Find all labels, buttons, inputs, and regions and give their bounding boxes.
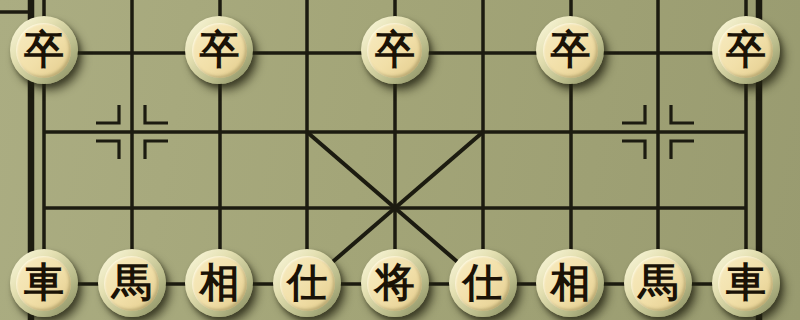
board-point-f2-r3 — [88, 100, 176, 170]
board-point-f3-r3 — [176, 100, 264, 170]
board-point-f8-r3 — [614, 100, 702, 170]
piece-grid: 卒卒卒卒卒車馬相仕将仕相馬車 — [0, 0, 790, 320]
xiangqi-piece-卒-f1-r4[interactable]: 卒 — [10, 16, 78, 84]
piece-character: 相 — [550, 262, 590, 302]
board-point-f7-r4: 卒 — [527, 0, 615, 100]
piece-face: 卒 — [16, 23, 71, 78]
board-point-f3-r4: 卒 — [176, 0, 264, 100]
piece-face: 卒 — [543, 23, 598, 78]
piece-character: 卒 — [375, 29, 415, 69]
xiangqi-piece-仕-f4-r1[interactable]: 仕 — [273, 249, 341, 317]
board-point-f9-r1: 車 — [702, 246, 790, 320]
piece-face: 馬 — [104, 256, 159, 311]
xiangqi-piece-車-f9-r1[interactable]: 車 — [712, 249, 780, 317]
board-point-f4-r3 — [263, 100, 351, 170]
piece-character: 仕 — [287, 262, 327, 302]
piece-face: 卒 — [718, 23, 773, 78]
xiangqi-piece-卒-f7-r4[interactable]: 卒 — [536, 16, 604, 84]
board-point-f6-r2 — [439, 170, 527, 246]
piece-face: 相 — [192, 256, 247, 311]
xiangqi-piece-仕-f6-r1[interactable]: 仕 — [449, 249, 517, 317]
board-point-f3-r1: 相 — [176, 246, 264, 320]
piece-character: 将 — [375, 262, 415, 302]
board-point-f7-r2 — [527, 170, 615, 246]
board-point-f6-r4 — [439, 0, 527, 100]
piece-face: 卒 — [367, 23, 422, 78]
xiangqi-piece-相-f7-r1[interactable]: 相 — [536, 249, 604, 317]
piece-face: 将 — [367, 256, 422, 311]
piece-face: 車 — [16, 256, 71, 311]
xiangqi-piece-相-f3-r1[interactable]: 相 — [185, 249, 253, 317]
piece-character: 車 — [24, 262, 64, 302]
board-point-f5-r2 — [351, 170, 439, 246]
xiangqi-piece-馬-f8-r1[interactable]: 馬 — [624, 249, 692, 317]
piece-character: 馬 — [112, 262, 152, 302]
board-point-f1-r2 — [0, 170, 88, 246]
board-point-f9-r3 — [702, 100, 790, 170]
board-point-f6-r1: 仕 — [439, 246, 527, 320]
xiangqi-piece-将-f5-r1[interactable]: 将 — [361, 249, 429, 317]
board-point-f7-r3 — [527, 100, 615, 170]
xiangqi-piece-卒-f3-r4[interactable]: 卒 — [185, 16, 253, 84]
piece-face: 馬 — [631, 256, 686, 311]
board-point-f8-r2 — [614, 170, 702, 246]
board-point-f5-r1: 将 — [351, 246, 439, 320]
board-point-f8-r1: 馬 — [614, 246, 702, 320]
piece-character: 卒 — [199, 29, 239, 69]
piece-character: 卒 — [550, 29, 590, 69]
piece-face: 相 — [543, 256, 598, 311]
board-point-f2-r4 — [88, 0, 176, 100]
board-point-f4-r4 — [263, 0, 351, 100]
board-point-f1-r1: 車 — [0, 246, 88, 320]
xiangqi-piece-車-f1-r1[interactable]: 車 — [10, 249, 78, 317]
xiangqi-piece-卒-f5-r4[interactable]: 卒 — [361, 16, 429, 84]
piece-face: 卒 — [192, 23, 247, 78]
piece-face: 仕 — [455, 256, 510, 311]
piece-character: 仕 — [463, 262, 503, 302]
board-point-f6-r3 — [439, 100, 527, 170]
board-point-f1-r3 — [0, 100, 88, 170]
board-point-f5-r3 — [351, 100, 439, 170]
board-point-f2-r1: 馬 — [88, 246, 176, 320]
board-point-f8-r4 — [614, 0, 702, 100]
xiangqi-piece-馬-f2-r1[interactable]: 馬 — [98, 249, 166, 317]
board-point-f7-r1: 相 — [527, 246, 615, 320]
piece-face: 車 — [718, 256, 773, 311]
piece-character: 馬 — [638, 262, 678, 302]
piece-character: 卒 — [726, 29, 766, 69]
board-point-f2-r2 — [88, 170, 176, 246]
board-point-f4-r1: 仕 — [263, 246, 351, 320]
board-point-f1-r4: 卒 — [0, 0, 88, 100]
piece-face: 仕 — [280, 256, 335, 311]
piece-character: 卒 — [24, 29, 64, 69]
piece-character: 車 — [726, 262, 766, 302]
xiangqi-piece-卒-f9-r4[interactable]: 卒 — [712, 16, 780, 84]
board-point-f9-r2 — [702, 170, 790, 246]
board-point-f4-r2 — [263, 170, 351, 246]
board-point-f9-r4: 卒 — [702, 0, 790, 100]
piece-character: 相 — [199, 262, 239, 302]
xiangqi-board: 卒卒卒卒卒車馬相仕将仕相馬車 — [0, 0, 800, 320]
board-point-f3-r2 — [176, 170, 264, 246]
board-point-f5-r4: 卒 — [351, 0, 439, 100]
